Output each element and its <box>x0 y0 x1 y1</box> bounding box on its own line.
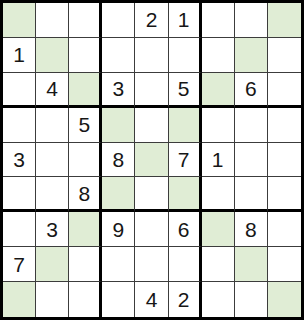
cell-value: 2 <box>146 9 158 30</box>
cell-value: 7 <box>13 254 25 275</box>
cell-r8c2[interactable] <box>36 247 69 282</box>
cell-r5c1[interactable]: 3 <box>3 143 36 178</box>
cell-value: 4 <box>146 289 158 310</box>
cell-r6c1[interactable] <box>3 177 36 212</box>
cell-r1c2[interactable] <box>36 3 69 38</box>
cell-r8c1[interactable]: 7 <box>3 247 36 282</box>
cell-r3c5[interactable] <box>135 73 168 108</box>
cell-r5c3[interactable] <box>69 143 102 178</box>
cell-r1c8[interactable] <box>235 3 268 38</box>
cell-value: 8 <box>113 149 125 170</box>
cell-r2c4[interactable] <box>102 38 135 73</box>
cell-r8c9[interactable] <box>268 247 301 282</box>
cell-r6c5[interactable] <box>135 177 168 212</box>
cell-value: 6 <box>245 78 257 99</box>
cell-value: 2 <box>178 289 190 310</box>
cell-r2c6[interactable] <box>169 38 202 73</box>
cell-value: 9 <box>113 219 125 240</box>
cell-r6c7[interactable] <box>202 177 235 212</box>
cell-r1c6[interactable]: 1 <box>169 3 202 38</box>
cell-r2c7[interactable] <box>202 38 235 73</box>
cell-r3c7[interactable] <box>202 73 235 108</box>
cell-r6c6[interactable] <box>169 177 202 212</box>
cell-r4c7[interactable] <box>202 108 235 143</box>
cell-r4c9[interactable] <box>268 108 301 143</box>
cell-r7c4[interactable]: 9 <box>102 212 135 247</box>
cell-value: 1 <box>13 44 25 65</box>
cell-r7c1[interactable] <box>3 212 36 247</box>
cell-r5c4[interactable]: 8 <box>102 143 135 178</box>
cell-r4c5[interactable] <box>135 108 168 143</box>
cell-r9c9[interactable] <box>268 282 301 317</box>
cell-r6c8[interactable] <box>235 177 268 212</box>
cell-r9c1[interactable] <box>3 282 36 317</box>
cell-value: 3 <box>113 78 125 99</box>
cell-r1c7[interactable] <box>202 3 235 38</box>
cell-r8c8[interactable] <box>235 247 268 282</box>
cell-value: 1 <box>212 149 224 170</box>
cell-r5c9[interactable] <box>268 143 301 178</box>
cell-value: 3 <box>13 149 25 170</box>
cell-r3c9[interactable] <box>268 73 301 108</box>
cell-r4c3[interactable]: 5 <box>69 108 102 143</box>
cell-r5c7[interactable]: 1 <box>202 143 235 178</box>
cell-value: 4 <box>46 78 58 99</box>
cell-value: 6 <box>178 219 190 240</box>
cell-r8c5[interactable] <box>135 247 168 282</box>
cell-r1c5[interactable]: 2 <box>135 3 168 38</box>
cell-value: 1 <box>178 9 190 30</box>
cell-r4c6[interactable] <box>169 108 202 143</box>
cell-r3c1[interactable] <box>3 73 36 108</box>
cell-r9c8[interactable] <box>235 282 268 317</box>
cell-r9c4[interactable] <box>102 282 135 317</box>
cell-r4c1[interactable] <box>3 108 36 143</box>
cell-r6c3[interactable]: 8 <box>69 177 102 212</box>
cell-r2c2[interactable] <box>36 38 69 73</box>
cell-r8c6[interactable] <box>169 247 202 282</box>
cell-r6c9[interactable] <box>268 177 301 212</box>
cell-r7c6[interactable]: 6 <box>169 212 202 247</box>
cell-r2c5[interactable] <box>135 38 168 73</box>
cell-r3c4[interactable]: 3 <box>102 73 135 108</box>
cell-value: 3 <box>46 219 58 240</box>
cell-r3c3[interactable] <box>69 73 102 108</box>
cell-r9c6[interactable]: 2 <box>169 282 202 317</box>
cell-r7c2[interactable]: 3 <box>36 212 69 247</box>
cell-r7c7[interactable] <box>202 212 235 247</box>
cell-r8c7[interactable] <box>202 247 235 282</box>
sudoku-board: 21143565387183968742 <box>0 0 304 320</box>
cell-r6c4[interactable] <box>102 177 135 212</box>
cell-r4c4[interactable] <box>102 108 135 143</box>
cell-r2c3[interactable] <box>69 38 102 73</box>
cell-r5c8[interactable] <box>235 143 268 178</box>
cell-value: 8 <box>78 183 90 204</box>
cell-r3c2[interactable]: 4 <box>36 73 69 108</box>
cell-r1c3[interactable] <box>69 3 102 38</box>
cell-r3c6[interactable]: 5 <box>169 73 202 108</box>
cell-r9c2[interactable] <box>36 282 69 317</box>
cell-value: 7 <box>178 149 190 170</box>
cell-r5c6[interactable]: 7 <box>169 143 202 178</box>
cell-r2c1[interactable]: 1 <box>3 38 36 73</box>
cell-r4c8[interactable] <box>235 108 268 143</box>
cell-r9c7[interactable] <box>202 282 235 317</box>
cell-r5c5[interactable] <box>135 143 168 178</box>
cell-r1c4[interactable] <box>102 3 135 38</box>
cell-r7c8[interactable]: 8 <box>235 212 268 247</box>
cell-r1c1[interactable] <box>3 3 36 38</box>
cell-r2c9[interactable] <box>268 38 301 73</box>
cell-value: 5 <box>78 114 90 135</box>
cell-r7c9[interactable] <box>268 212 301 247</box>
cell-r1c9[interactable] <box>268 3 301 38</box>
cell-r8c3[interactable] <box>69 247 102 282</box>
cell-r9c5[interactable]: 4 <box>135 282 168 317</box>
cell-r9c3[interactable] <box>69 282 102 317</box>
cell-r6c2[interactable] <box>36 177 69 212</box>
cell-r7c5[interactable] <box>135 212 168 247</box>
cell-r2c8[interactable] <box>235 38 268 73</box>
cell-r8c4[interactable] <box>102 247 135 282</box>
cell-value: 5 <box>178 78 190 99</box>
cell-r7c3[interactable] <box>69 212 102 247</box>
cell-r3c8[interactable]: 6 <box>235 73 268 108</box>
cell-value: 8 <box>245 219 257 240</box>
cell-r5c2[interactable] <box>36 143 69 178</box>
cell-r4c2[interactable] <box>36 108 69 143</box>
